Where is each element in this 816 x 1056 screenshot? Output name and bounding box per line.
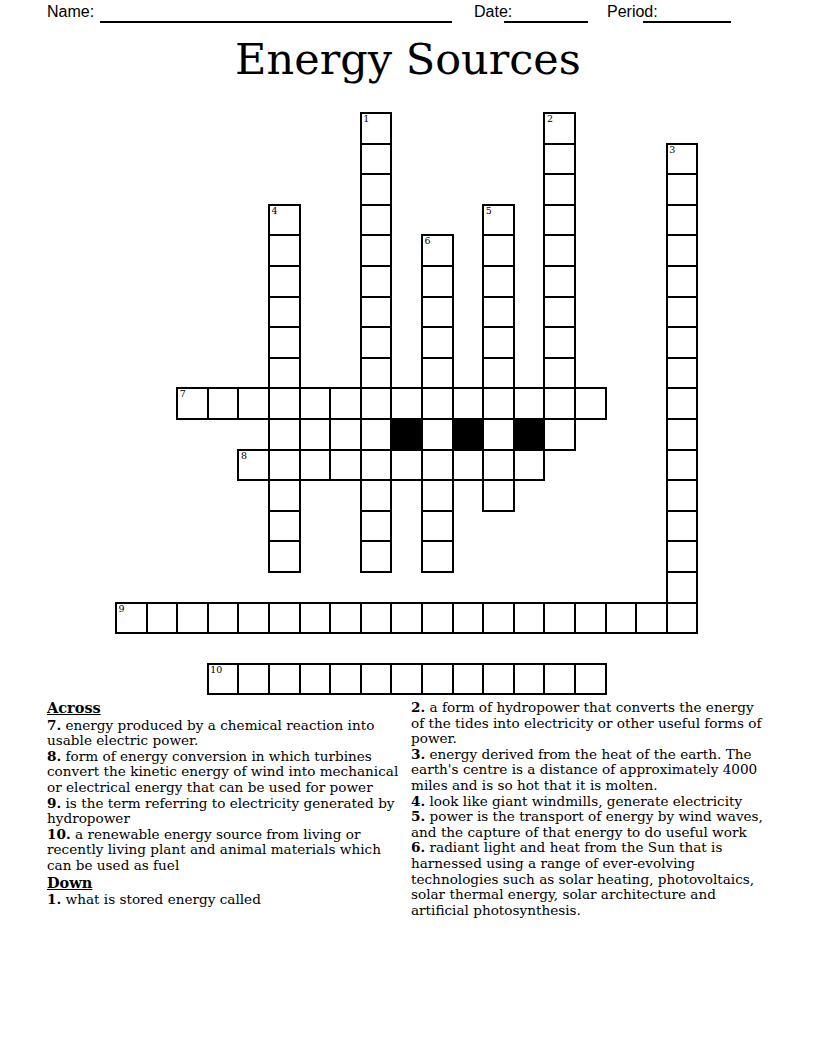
answer-cell-r11c11[interactable] — [452, 449, 485, 482]
answer-cell-r7c5[interactable] — [268, 326, 301, 359]
answer-cell-r7c8[interactable] — [360, 326, 393, 359]
answer-cell-r9c6[interactable] — [299, 387, 332, 420]
answer-cell-r15c18[interactable] — [666, 571, 699, 604]
answer-cell-r14c5[interactable] — [268, 540, 301, 573]
answer-cell-r8c18[interactable] — [666, 357, 699, 390]
clue-7: 7. energy produced by a chemical reactio… — [47, 718, 407, 749]
answer-cell-r16c2[interactable] — [176, 602, 209, 635]
date-label: Date: — [474, 3, 512, 21]
answer-cell-r16c11[interactable] — [452, 602, 485, 635]
answer-cell-r9c10[interactable] — [421, 387, 454, 420]
answer-cell-r4c5[interactable] — [268, 234, 301, 267]
answer-cell-r11c7[interactable] — [329, 449, 362, 482]
answer-cell-r14c8[interactable] — [360, 540, 393, 573]
period-blank-line — [643, 21, 731, 23]
answer-cell-r8c12[interactable] — [482, 357, 515, 390]
clue-number-1: 1 — [363, 114, 369, 124]
answer-cell-r12c8[interactable] — [360, 479, 393, 512]
answer-cell-r3c8[interactable] — [360, 204, 393, 237]
answer-cell-r9c14[interactable] — [543, 387, 576, 420]
clue-number-3: 3 — [669, 145, 675, 155]
answer-cell-r10c12[interactable] — [482, 418, 515, 451]
answer-cell-r16c8[interactable] — [360, 602, 393, 635]
clue-number-6: 6 — [425, 236, 431, 246]
period-label: Period: — [607, 3, 658, 21]
answer-cell-r9c12[interactable] — [482, 387, 515, 420]
answer-cell-r18c12[interactable] — [482, 663, 515, 696]
answer-cell-r12c5[interactable] — [268, 479, 301, 512]
clue-number-4: 4 — [272, 206, 278, 216]
answer-cell-r9c18[interactable] — [666, 387, 699, 420]
answer-cell-r3c5[interactable]: 4 — [268, 204, 301, 237]
answer-cell-r11c6[interactable] — [299, 449, 332, 482]
answer-cell-r9c8[interactable] — [360, 387, 393, 420]
clue-2: 2. a form of hydropower that converts th… — [411, 700, 763, 747]
answer-cell-r11c9[interactable] — [390, 449, 423, 482]
puzzle-title: Energy Sources — [0, 34, 816, 84]
name-blank-line — [100, 21, 452, 23]
answer-cell-r5c8[interactable] — [360, 265, 393, 298]
answer-cell-r9c4[interactable] — [237, 387, 270, 420]
answer-cell-r16c12[interactable] — [482, 602, 515, 635]
clue-number-10: 10 — [210, 665, 222, 675]
clue-number-9: 9 — [119, 604, 125, 614]
answer-cell-r12c10[interactable] — [421, 479, 454, 512]
answer-cell-r9c3[interactable] — [207, 387, 240, 420]
worksheet-page: Name: Date: Period: Energy Sources 12345… — [0, 0, 816, 1056]
answer-cell-r1c8[interactable] — [360, 143, 393, 176]
blocked-cell-r10c13 — [513, 418, 546, 451]
answer-cell-r18c8[interactable] — [360, 663, 393, 696]
answer-cell-r13c8[interactable] — [360, 510, 393, 543]
answer-cell-r16c17[interactable] — [635, 602, 668, 635]
answer-cell-r16c6[interactable] — [299, 602, 332, 635]
answer-cell-r1c18[interactable]: 3 — [666, 143, 699, 176]
answer-cell-r1c14[interactable] — [543, 143, 576, 176]
answer-cell-r6c18[interactable] — [666, 296, 699, 329]
answer-cell-r8c5[interactable] — [268, 357, 301, 390]
answer-cell-r9c9[interactable] — [390, 387, 423, 420]
answer-cell-r16c18[interactable] — [666, 602, 699, 635]
clue-column-left: Across 7. energy produced by a chemical … — [47, 700, 407, 908]
answer-cell-r18c15[interactable] — [574, 663, 607, 696]
answer-cell-r16c0[interactable]: 9 — [115, 602, 148, 635]
answer-cell-r10c14[interactable] — [543, 418, 576, 451]
answer-cell-r11c13[interactable] — [513, 449, 546, 482]
answer-cell-r18c5[interactable] — [268, 663, 301, 696]
answer-cell-r6c10[interactable] — [421, 296, 454, 329]
answer-cell-r4c14[interactable] — [543, 234, 576, 267]
answer-cell-r18c6[interactable] — [299, 663, 332, 696]
answer-cell-r6c5[interactable] — [268, 296, 301, 329]
across-clue-list: 7. energy produced by a chemical reactio… — [47, 718, 407, 874]
answer-cell-r4c12[interactable] — [482, 234, 515, 267]
clue-number-2: 2 — [547, 114, 553, 124]
answer-cell-r2c18[interactable] — [666, 173, 699, 206]
answer-cell-r10c18[interactable] — [666, 418, 699, 451]
answer-cell-r14c18[interactable] — [666, 540, 699, 573]
answer-cell-r16c13[interactable] — [513, 602, 546, 635]
down-heading: Down — [47, 875, 407, 891]
answer-cell-r16c4[interactable] — [237, 602, 270, 635]
answer-cell-r5c12[interactable] — [482, 265, 515, 298]
answer-cell-r18c7[interactable] — [329, 663, 362, 696]
answer-cell-r18c13[interactable] — [513, 663, 546, 696]
answer-cell-r5c10[interactable] — [421, 265, 454, 298]
answer-cell-r16c7[interactable] — [329, 602, 362, 635]
down-clue-list-start: 1. what is stored energy called — [47, 892, 407, 908]
answer-cell-r5c18[interactable] — [666, 265, 699, 298]
answer-cell-r9c2[interactable]: 7 — [176, 387, 209, 420]
blocked-cell-r10c9 — [390, 418, 423, 451]
clue-number-5: 5 — [486, 206, 492, 216]
answer-cell-r6c12[interactable] — [482, 296, 515, 329]
answer-cell-r11c4[interactable]: 8 — [237, 449, 270, 482]
answer-cell-r2c8[interactable] — [360, 173, 393, 206]
answer-cell-r9c13[interactable] — [513, 387, 546, 420]
clue-5: 5. power is the transport of energy by w… — [411, 809, 763, 840]
answer-cell-r5c14[interactable] — [543, 265, 576, 298]
clue-1: 1. what is stored energy called — [47, 892, 407, 908]
clue-number-8: 8 — [241, 451, 247, 461]
answer-cell-r12c18[interactable] — [666, 479, 699, 512]
clue-10: 10. a renewable energy source from livin… — [47, 827, 407, 874]
answer-cell-r4c10[interactable]: 6 — [421, 234, 454, 267]
answer-cell-r11c10[interactable] — [421, 449, 454, 482]
answer-cell-r4c8[interactable] — [360, 234, 393, 267]
answer-cell-r2c14[interactable] — [543, 173, 576, 206]
clue-6: 6. radiant light and heat from the Sun t… — [411, 840, 763, 918]
clue-number-7: 7 — [180, 389, 186, 399]
clue-3: 3. energy derived from the heat of the e… — [411, 747, 763, 794]
answer-cell-r16c9[interactable] — [390, 602, 423, 635]
answer-cell-r12c12[interactable] — [482, 479, 515, 512]
answer-cell-r16c14[interactable] — [543, 602, 576, 635]
answer-cell-r5c5[interactable] — [268, 265, 301, 298]
answer-cell-r16c1[interactable] — [146, 602, 179, 635]
answer-cell-r10c6[interactable] — [299, 418, 332, 451]
answer-cell-r10c10[interactable] — [421, 418, 454, 451]
answer-cell-r16c5[interactable] — [268, 602, 301, 635]
answer-cell-r8c10[interactable] — [421, 357, 454, 390]
answer-cell-r6c14[interactable] — [543, 296, 576, 329]
answer-cell-r18c9[interactable] — [390, 663, 423, 696]
date-blank-line — [504, 21, 588, 23]
answer-cell-r8c14[interactable] — [543, 357, 576, 390]
answer-cell-r10c8[interactable] — [360, 418, 393, 451]
answer-cell-r9c7[interactable] — [329, 387, 362, 420]
clue-9: 9. is the term referring to electricity … — [47, 796, 407, 827]
answer-cell-r18c10[interactable] — [421, 663, 454, 696]
answer-cell-r8c8[interactable] — [360, 357, 393, 390]
answer-cell-r16c16[interactable] — [605, 602, 638, 635]
answer-cell-r10c7[interactable] — [329, 418, 362, 451]
down-clue-list-rest: 2. a form of hydropower that converts th… — [411, 700, 763, 918]
answer-cell-r18c3[interactable]: 10 — [207, 663, 240, 696]
crossword-grid: 12345678910 — [115, 112, 698, 695]
answer-cell-r0c8[interactable]: 1 — [360, 112, 393, 145]
answer-cell-r9c5[interactable] — [268, 387, 301, 420]
blocked-cell-r10c11 — [452, 418, 485, 451]
answer-cell-r9c15[interactable] — [574, 387, 607, 420]
answer-cell-r11c12[interactable] — [482, 449, 515, 482]
clue-column-right: 2. a form of hydropower that converts th… — [411, 700, 763, 918]
answer-cell-r3c14[interactable] — [543, 204, 576, 237]
answer-cell-r4c18[interactable] — [666, 234, 699, 267]
answer-cell-r16c3[interactable] — [207, 602, 240, 635]
answer-cell-r11c5[interactable] — [268, 449, 301, 482]
answer-cell-r18c14[interactable] — [543, 663, 576, 696]
answer-cell-r6c8[interactable] — [360, 296, 393, 329]
answer-cell-r14c10[interactable] — [421, 540, 454, 573]
answer-cell-r13c18[interactable] — [666, 510, 699, 543]
name-label: Name: — [47, 3, 94, 21]
answer-cell-r7c18[interactable] — [666, 326, 699, 359]
clue-8: 8. form of energy conversion in which tu… — [47, 749, 407, 796]
answer-cell-r7c10[interactable] — [421, 326, 454, 359]
answer-cell-r7c12[interactable] — [482, 326, 515, 359]
answer-cell-r3c12[interactable]: 5 — [482, 204, 515, 237]
answer-cell-r11c8[interactable] — [360, 449, 393, 482]
answer-cell-r3c18[interactable] — [666, 204, 699, 237]
answer-cell-r7c14[interactable] — [543, 326, 576, 359]
answer-cell-r16c10[interactable] — [421, 602, 454, 635]
answer-cell-r13c5[interactable] — [268, 510, 301, 543]
answer-cell-r11c18[interactable] — [666, 449, 699, 482]
answer-cell-r9c11[interactable] — [452, 387, 485, 420]
clue-4: 4. look like giant windmills, generate e… — [411, 794, 763, 810]
across-heading: Across — [47, 700, 407, 716]
answer-cell-r10c5[interactable] — [268, 418, 301, 451]
answer-cell-r18c4[interactable] — [237, 663, 270, 696]
answer-cell-r16c15[interactable] — [574, 602, 607, 635]
answer-cell-r0c14[interactable]: 2 — [543, 112, 576, 145]
answer-cell-r13c10[interactable] — [421, 510, 454, 543]
answer-cell-r18c11[interactable] — [452, 663, 485, 696]
